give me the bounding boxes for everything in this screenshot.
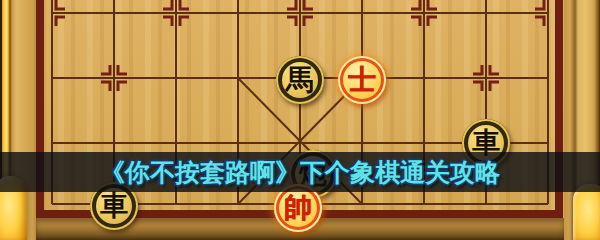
gold-corner-cap-right bbox=[573, 184, 600, 240]
piece-glyph: 馬 bbox=[286, 56, 314, 104]
piece-red-advisor[interactable]: 士 bbox=[338, 56, 386, 104]
piece-glyph: 士 bbox=[348, 56, 376, 104]
caption-banner: 《你不按套路啊》下个象棋通关攻略 bbox=[0, 152, 600, 192]
screenshot-root: 馬士車炮車帥 《你不按套路啊》下个象棋通关攻略 bbox=[0, 0, 600, 240]
piece-black-horse[interactable]: 馬 bbox=[276, 56, 324, 104]
caption-banner-text: 《你不按套路啊》下个象棋通关攻略 bbox=[100, 156, 500, 189]
